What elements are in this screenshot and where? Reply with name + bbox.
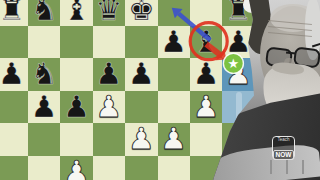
square-g8[interactable]	[190, 0, 222, 26]
square-f3[interactable]	[158, 156, 190, 180]
black-rook-a8[interactable]: ♜	[0, 0, 25, 26]
watermark-line1: Teach	[273, 137, 294, 143]
square-c6[interactable]	[60, 58, 92, 90]
square-d8[interactable]: ♛	[93, 0, 125, 26]
black-pawn-h7[interactable]: ♟	[225, 26, 252, 58]
square-b3[interactable]	[28, 156, 60, 180]
hand-knuckle	[302, 160, 304, 174]
video-frame: ♜♞♝♛♚♜7♟♝♟♟6♞♟♟♟♟5♟♟♟♟4♟♟3♟ ★ Teach	[0, 0, 320, 180]
square-f8[interactable]	[158, 0, 190, 26]
white-pawn-f4[interactable]: ♟	[160, 123, 187, 155]
black-knight-b6[interactable]: ♞	[31, 58, 58, 90]
square-e7[interactable]	[125, 26, 157, 58]
square-f5[interactable]	[158, 91, 190, 123]
black-pawn-e6[interactable]: ♟	[128, 58, 155, 90]
white-pawn-g5[interactable]: ♟	[193, 91, 220, 123]
square-a6[interactable]: ♟6	[0, 58, 28, 90]
square-c8[interactable]: ♝	[60, 0, 92, 26]
square-c5[interactable]: ♟	[60, 91, 92, 123]
square-b5[interactable]: ♟	[28, 91, 60, 123]
square-d7[interactable]	[93, 26, 125, 58]
white-pawn-h6[interactable]: ♟	[225, 58, 252, 90]
square-b6[interactable]: ♞	[28, 58, 60, 90]
black-bishop-c8[interactable]: ♝	[63, 0, 90, 26]
hand-knuckle	[286, 160, 288, 174]
square-d4[interactable]	[93, 123, 125, 155]
watermark-line2: NOW	[273, 150, 294, 160]
square-f7[interactable]: ♟	[158, 26, 190, 58]
channel-watermark-badge: Teach NOW	[272, 136, 295, 160]
black-pawn-b5[interactable]: ♟	[31, 91, 58, 123]
square-g7[interactable]: ♝	[190, 26, 222, 58]
square-g5[interactable]: ♟	[190, 91, 222, 123]
black-bishop-g7[interactable]: ♝	[193, 26, 220, 58]
square-h6[interactable]: ♟	[222, 58, 254, 90]
square-d3[interactable]	[93, 156, 125, 180]
square-a5[interactable]: 5	[0, 91, 28, 123]
black-pawn-a6[interactable]: ♟	[0, 58, 25, 90]
square-g4[interactable]	[190, 123, 222, 155]
square-d5[interactable]: ♟	[93, 91, 125, 123]
hand-knuckle	[270, 160, 272, 174]
square-b4[interactable]	[28, 123, 60, 155]
square-a3[interactable]: 3	[0, 156, 28, 180]
black-knight-b8[interactable]: ♞	[31, 0, 58, 26]
square-a4[interactable]: 4	[0, 123, 28, 155]
white-pawn-c3[interactable]: ♟	[63, 156, 90, 180]
square-e6[interactable]: ♟	[125, 58, 157, 90]
white-pawn-d5[interactable]: ♟	[96, 91, 123, 123]
square-g6[interactable]: ♟	[190, 58, 222, 90]
square-a8[interactable]: ♜	[0, 0, 28, 26]
black-pawn-f7[interactable]: ♟	[160, 26, 187, 58]
square-c4[interactable]	[60, 123, 92, 155]
square-d6[interactable]: ♟	[93, 58, 125, 90]
square-e8[interactable]: ♚	[125, 0, 157, 26]
black-pawn-d6[interactable]: ♟	[96, 58, 123, 90]
square-c7[interactable]	[60, 26, 92, 58]
black-queen-d8[interactable]: ♛	[96, 0, 123, 26]
square-e5[interactable]	[125, 91, 157, 123]
square-e4[interactable]: ♟	[125, 123, 157, 155]
black-king-e8[interactable]: ♚	[128, 0, 155, 26]
square-e3[interactable]	[125, 156, 157, 180]
black-pawn-c5[interactable]: ♟	[63, 91, 90, 123]
square-f6[interactable]	[158, 58, 190, 90]
square-b8[interactable]: ♞	[28, 0, 60, 26]
square-a7[interactable]: 7	[0, 26, 28, 58]
square-c3[interactable]: ♟	[60, 156, 92, 180]
square-b7[interactable]	[28, 26, 60, 58]
white-pawn-e4[interactable]: ♟	[128, 123, 155, 155]
chess-board[interactable]: ♜♞♝♛♚♜7♟♝♟♟6♞♟♟♟♟5♟♟♟♟4♟♟3♟	[0, 0, 255, 180]
square-f4[interactable]: ♟	[158, 123, 190, 155]
black-pawn-g6[interactable]: ♟	[193, 58, 220, 90]
